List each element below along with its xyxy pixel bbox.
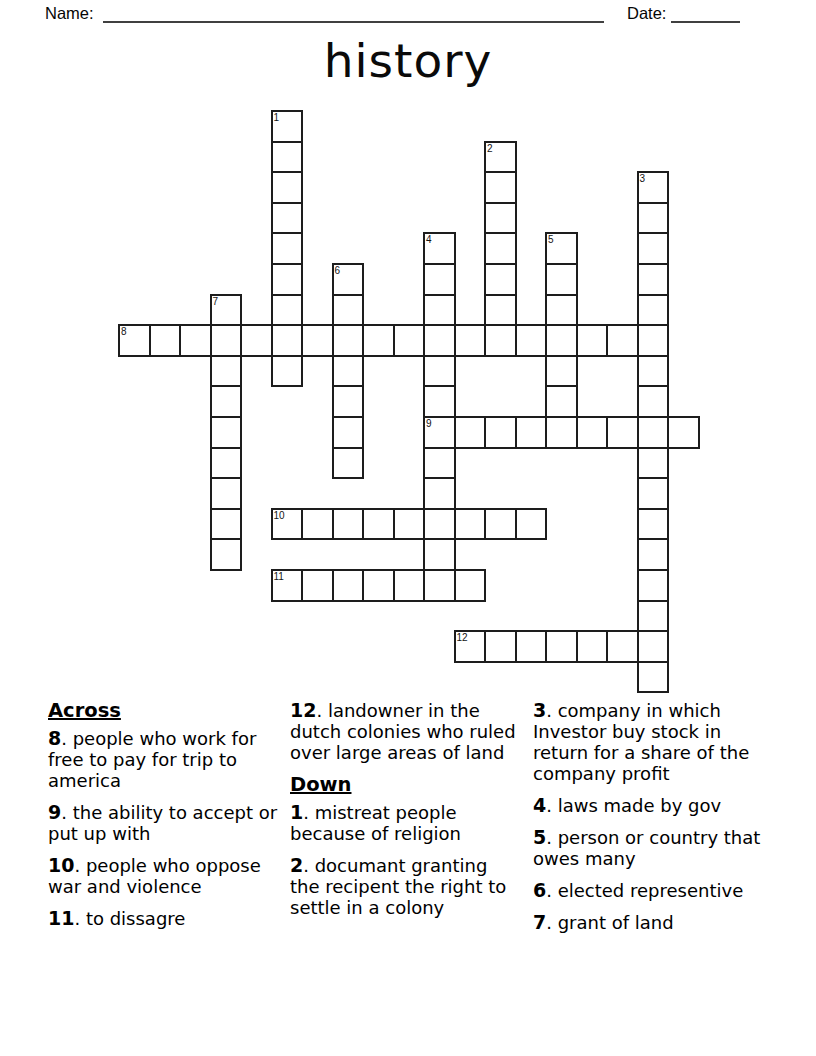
cell-r8c5[interactable] [271, 355, 304, 388]
cell-r6c5[interactable] [271, 294, 304, 327]
cell-r7c9[interactable] [393, 324, 426, 357]
clue-number-4: 4 [426, 234, 432, 245]
cell-r3c12[interactable] [484, 202, 517, 235]
cell-r10c3[interactable] [210, 416, 243, 449]
cell-r8c14[interactable] [545, 355, 578, 388]
clue-3: 3. company in which Investor buy stock i… [533, 700, 771, 784]
cell-r15c8[interactable] [362, 569, 395, 602]
clue-8: 8. people who work for free to pay for t… [48, 728, 288, 791]
cell-r11c3[interactable] [210, 447, 243, 480]
cell-r10c12[interactable] [484, 416, 517, 449]
crossword-grid[interactable]: 123456789101112 [118, 110, 700, 694]
cell-r11c7[interactable] [332, 447, 365, 480]
cell-r15c6[interactable] [301, 569, 334, 602]
cell-r14c10[interactable] [423, 538, 456, 571]
cell-r10c15[interactable] [576, 416, 609, 449]
cell-r7c1[interactable] [149, 324, 182, 357]
across-heading: Across [48, 700, 288, 722]
cell-r7c10[interactable] [423, 324, 456, 357]
cell-r1c5[interactable] [271, 141, 304, 174]
cell-r13c17[interactable] [637, 508, 670, 541]
cell-r17c12[interactable] [484, 630, 517, 663]
cell-r13c12[interactable] [484, 508, 517, 541]
clue-11: 11. to dissagre [48, 908, 288, 929]
clue-12: 12. landowner in the dutch colonies who … [290, 700, 518, 763]
cell-r10c10[interactable]: 9 [423, 416, 456, 449]
cell-r9c17[interactable] [637, 385, 670, 418]
cell-r4c5[interactable] [271, 232, 304, 265]
down-clues-1-2: 1. mistreat people because of religion2.… [290, 802, 518, 918]
cell-r7c15[interactable] [576, 324, 609, 357]
cell-r17c15[interactable] [576, 630, 609, 663]
cell-r17c11[interactable]: 12 [454, 630, 487, 663]
cell-r0c5[interactable]: 1 [271, 110, 304, 143]
cell-r13c9[interactable] [393, 508, 426, 541]
cell-r15c9[interactable] [393, 569, 426, 602]
cell-r4c10[interactable]: 4 [423, 232, 456, 265]
cell-r4c14[interactable]: 5 [545, 232, 578, 265]
cell-r2c17[interactable]: 3 [637, 171, 670, 204]
cell-r9c14[interactable] [545, 385, 578, 418]
cell-r12c10[interactable] [423, 477, 456, 510]
cell-r15c7[interactable] [332, 569, 365, 602]
down-clues-3-7: 3. company in which Investor buy stock i… [533, 700, 771, 933]
across-clue-12-slot: 12. landowner in the dutch colonies who … [290, 700, 518, 763]
cell-r10c18[interactable] [667, 416, 700, 449]
clue-1: 1. mistreat people because of religion [290, 802, 518, 844]
clue-number-8: 8 [121, 326, 127, 337]
cell-r10c16[interactable] [606, 416, 639, 449]
cell-r17c13[interactable] [515, 630, 548, 663]
cell-r7c0[interactable]: 8 [118, 324, 151, 357]
cell-r8c10[interactable] [423, 355, 456, 388]
cell-r7c8[interactable] [362, 324, 395, 357]
cell-r10c13[interactable] [515, 416, 548, 449]
clues-column-2: 12. landowner in the dutch colonies who … [290, 700, 518, 929]
cell-r10c11[interactable] [454, 416, 487, 449]
cell-r13c11[interactable] [454, 508, 487, 541]
cell-r11c10[interactable] [423, 447, 456, 480]
cell-r15c5[interactable]: 11 [271, 569, 304, 602]
date-input-line[interactable] [671, 21, 740, 23]
cell-r13c5[interactable]: 10 [271, 508, 304, 541]
cell-r12c3[interactable] [210, 477, 243, 510]
cell-r13c6[interactable] [301, 508, 334, 541]
cell-r5c10[interactable] [423, 263, 456, 296]
cell-r7c7[interactable] [332, 324, 365, 357]
cell-r11c17[interactable] [637, 447, 670, 480]
name-input-line[interactable] [103, 21, 604, 23]
cell-r1c12[interactable]: 2 [484, 141, 517, 174]
clue-5: 5. person or country that owes many [533, 827, 771, 869]
cell-r13c13[interactable] [515, 508, 548, 541]
cell-r7c6[interactable] [301, 324, 334, 357]
cell-r7c13[interactable] [515, 324, 548, 357]
clue-number-11: 11 [274, 571, 284, 582]
cell-r5c7[interactable]: 6 [332, 263, 365, 296]
cell-r6c7[interactable] [332, 294, 365, 327]
cell-r14c17[interactable] [637, 538, 670, 571]
date-label: Date: [627, 4, 666, 23]
clue-number-5: 5 [548, 234, 554, 245]
clue-number-2: 2 [487, 143, 493, 154]
clue-2: 2. documant granting the recipent the ri… [290, 855, 518, 918]
cell-r14c3[interactable] [210, 538, 243, 571]
cell-r6c12[interactable] [484, 294, 517, 327]
page-title: history [0, 33, 816, 88]
cell-r7c16[interactable] [606, 324, 639, 357]
cell-r7c14[interactable] [545, 324, 578, 357]
cell-r2c5[interactable] [271, 171, 304, 204]
cell-r6c10[interactable] [423, 294, 456, 327]
cell-r2c12[interactable] [484, 171, 517, 204]
cell-r15c17[interactable] [637, 569, 670, 602]
clue-number-9: 9 [426, 418, 432, 429]
cell-r4c17[interactable] [637, 232, 670, 265]
cell-r4c12[interactable] [484, 232, 517, 265]
cell-r17c14[interactable] [545, 630, 578, 663]
cell-r3c17[interactable] [637, 202, 670, 235]
clue-9: 9. the ability to accept or put up with [48, 802, 288, 844]
clue-7: 7. grant of land [533, 912, 771, 933]
clue-4: 4. laws made by gov [533, 795, 771, 816]
down-heading: Down [290, 774, 518, 796]
cell-r9c3[interactable] [210, 385, 243, 418]
cell-r8c3[interactable] [210, 355, 243, 388]
cell-r16c17[interactable] [637, 600, 670, 633]
cell-r6c14[interactable] [545, 294, 578, 327]
cell-r10c17[interactable] [637, 416, 670, 449]
cell-r6c17[interactable] [637, 294, 670, 327]
cell-r10c7[interactable] [332, 416, 365, 449]
name-label: Name: [45, 4, 94, 23]
cell-r7c17[interactable] [637, 324, 670, 357]
cell-r9c7[interactable] [332, 385, 365, 418]
cell-r17c17[interactable] [637, 630, 670, 663]
cell-r13c8[interactable] [362, 508, 395, 541]
clue-number-10: 10 [274, 510, 285, 521]
cell-r5c12[interactable] [484, 263, 517, 296]
cell-r17c16[interactable] [606, 630, 639, 663]
cell-r8c7[interactable] [332, 355, 365, 388]
cell-r15c10[interactable] [423, 569, 456, 602]
cell-r5c5[interactable] [271, 263, 304, 296]
clue-6: 6. elected representive [533, 880, 771, 901]
cell-r7c11[interactable] [454, 324, 487, 357]
across-clues-8-11: 8. people who work for free to pay for t… [48, 728, 288, 929]
cell-r7c12[interactable] [484, 324, 517, 357]
clue-number-6: 6 [335, 265, 341, 276]
cell-r7c4[interactable] [240, 324, 273, 357]
cell-r13c10[interactable] [423, 508, 456, 541]
cell-r13c3[interactable] [210, 508, 243, 541]
cell-r5c14[interactable] [545, 263, 578, 296]
clue-number-3: 3 [640, 173, 646, 184]
clue-number-7: 7 [213, 296, 219, 307]
clue-number-1: 1 [274, 112, 280, 123]
clues-column-1: Across 8. people who work for free to pa… [48, 700, 288, 940]
cell-r7c5[interactable] [271, 324, 304, 357]
clue-number-12: 12 [457, 632, 468, 643]
clue-10: 10. people who oppose war and violence [48, 855, 288, 897]
cell-r3c5[interactable] [271, 202, 304, 235]
cell-r12c17[interactable] [637, 477, 670, 510]
cell-r9c10[interactable] [423, 385, 456, 418]
cell-r7c3[interactable] [210, 324, 243, 357]
cell-r18c17[interactable] [637, 661, 670, 694]
cell-r7c2[interactable] [179, 324, 212, 357]
cell-r15c11[interactable] [454, 569, 487, 602]
cell-r13c7[interactable] [332, 508, 365, 541]
cell-r5c17[interactable] [637, 263, 670, 296]
cell-r6c3[interactable]: 7 [210, 294, 243, 327]
worksheet-page: Name: Date: history 123456789101112 Acro… [0, 0, 816, 1056]
cell-r8c17[interactable] [637, 355, 670, 388]
clues-column-3: 3. company in which Investor buy stock i… [533, 700, 771, 944]
cell-r10c14[interactable] [545, 416, 578, 449]
